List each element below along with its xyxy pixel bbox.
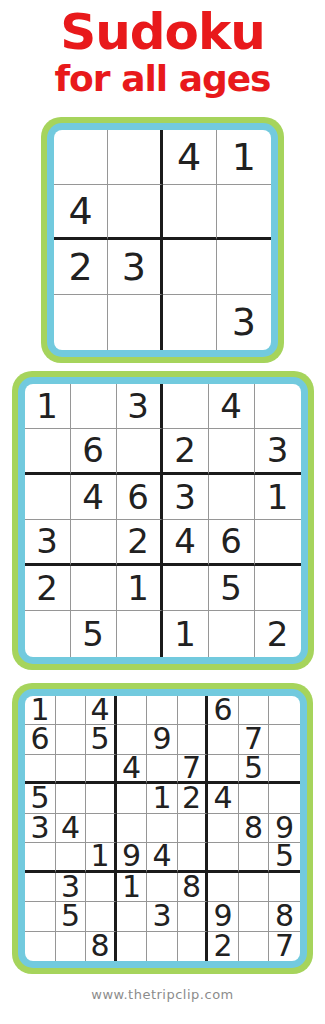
cell-r3c4: 4	[117, 755, 148, 785]
cell-r7c4: 1	[117, 873, 148, 903]
cell-r5c3: 1	[117, 566, 163, 612]
cell-r6c9: 5	[269, 843, 300, 873]
cell-r3c8: 5	[239, 755, 270, 785]
sudoku-grid-4x4: 414233	[54, 130, 271, 350]
cell-r1c3: 3	[117, 384, 163, 430]
cell-r2c4: 2	[163, 429, 209, 475]
cell-r1c7: 6	[208, 696, 239, 726]
cell-r4c3: 2	[117, 520, 163, 566]
cell-r7c3[interactable]	[86, 873, 117, 903]
cell-r3c4[interactable]	[217, 240, 271, 295]
cell-r4c2[interactable]	[71, 520, 117, 566]
cell-r5c6[interactable]	[255, 566, 301, 612]
cell-r7c8[interactable]	[239, 873, 270, 903]
cell-r6c1[interactable]	[25, 611, 71, 657]
cell-r2c4[interactable]	[217, 185, 271, 240]
board-surface: 13462346313246215512	[25, 384, 301, 657]
cell-r6c3: 1	[86, 843, 117, 873]
cell-r9c5[interactable]	[147, 932, 178, 962]
cell-r1c1: 1	[25, 384, 71, 430]
cell-r9c1[interactable]	[25, 932, 56, 962]
sudoku-board-9x9: 14665974755124348919453185398827	[12, 683, 313, 975]
cell-r4c1: 3	[25, 520, 71, 566]
cell-r2c1[interactable]	[25, 429, 71, 475]
cell-r8c7: 9	[208, 902, 239, 932]
cell-r8c6[interactable]	[178, 902, 209, 932]
cell-r1c6[interactable]	[255, 384, 301, 430]
cell-r7c1[interactable]	[25, 873, 56, 903]
cell-r3c3: 6	[117, 475, 163, 521]
cell-r9c7: 2	[208, 932, 239, 962]
cell-r8c3[interactable]	[86, 902, 117, 932]
cell-r3c1: 2	[54, 240, 108, 295]
cell-r2c3[interactable]	[163, 185, 217, 240]
cell-r4c3[interactable]	[163, 295, 217, 350]
cell-r2c2[interactable]	[56, 725, 87, 755]
cell-r8c4[interactable]	[117, 902, 148, 932]
board-surface: 14665974755124348919453185398827	[25, 696, 300, 962]
cell-r6c4: 1	[163, 611, 209, 657]
cell-r8c2: 5	[56, 902, 87, 932]
page-header: Sudoku for all ages	[0, 6, 325, 97]
cell-r2c3: 5	[86, 725, 117, 755]
cell-r4c4: 4	[163, 520, 209, 566]
cell-r3c4: 3	[163, 475, 209, 521]
cell-r4c1[interactable]	[54, 295, 108, 350]
cell-r8c5: 3	[147, 902, 178, 932]
cell-r4c4: 3	[217, 295, 271, 350]
cell-r1c2[interactable]	[71, 384, 117, 430]
cell-r6c2: 5	[71, 611, 117, 657]
cell-r5c2[interactable]	[71, 566, 117, 612]
cell-r6c6: 2	[255, 611, 301, 657]
cell-r3c3[interactable]	[163, 240, 217, 295]
cell-r5c6[interactable]	[178, 814, 209, 844]
cell-r3c3[interactable]	[86, 755, 117, 785]
cell-r2c3[interactable]	[117, 429, 163, 475]
page-title: Sudoku	[0, 6, 325, 59]
cell-r3c9[interactable]	[269, 755, 300, 785]
cell-r5c1: 3	[25, 814, 56, 844]
sudoku-board-4x4: 414233	[41, 117, 284, 363]
cell-r5c2: 4	[56, 814, 87, 844]
sudoku-grid-9x9: 14665974755124348919453185398827	[25, 696, 300, 962]
website-url: www.thetripclip.com	[0, 987, 325, 1002]
board-surface: 414233	[54, 130, 271, 350]
cell-r5c5: 5	[209, 566, 255, 612]
board-inner-frame: 414233	[47, 123, 278, 357]
cell-r1c2[interactable]	[108, 130, 162, 185]
cell-r1c2[interactable]	[56, 696, 87, 726]
page-subtitle: for all ages	[0, 61, 325, 97]
cell-r5c1: 2	[25, 566, 71, 612]
cell-r4c4[interactable]	[117, 784, 148, 814]
cell-r6c8[interactable]	[239, 843, 270, 873]
cell-r9c6[interactable]	[178, 932, 209, 962]
cell-r2c1: 6	[25, 725, 56, 755]
sudoku-board-6x6: 13462346313246215512	[12, 371, 314, 670]
cell-r1c4[interactable]	[163, 384, 209, 430]
cell-r3c1[interactable]	[25, 475, 71, 521]
cell-r1c4[interactable]	[117, 696, 148, 726]
cell-r2c2: 6	[71, 429, 117, 475]
cell-r9c8[interactable]	[239, 932, 270, 962]
cell-r2c6: 3	[255, 429, 301, 475]
sudoku-grid-6x6: 13462346313246215512	[25, 384, 301, 657]
cell-r8c9: 8	[269, 902, 300, 932]
cell-r9c2[interactable]	[56, 932, 87, 962]
cell-r6c7[interactable]	[208, 843, 239, 873]
cell-r6c1[interactable]	[25, 843, 56, 873]
cell-r2c9[interactable]	[269, 725, 300, 755]
cell-r1c1[interactable]	[54, 130, 108, 185]
board-inner-frame: 14665974755124348919453185398827	[18, 689, 307, 969]
board-inner-frame: 13462346313246215512	[18, 377, 308, 664]
cell-r1c6[interactable]	[178, 696, 209, 726]
cell-r1c3: 4	[163, 130, 217, 185]
cell-r9c9: 7	[269, 932, 300, 962]
cell-r4c5: 6	[209, 520, 255, 566]
cell-r2c7[interactable]	[208, 725, 239, 755]
cell-r4c2[interactable]	[108, 295, 162, 350]
cell-r2c2[interactable]	[108, 185, 162, 240]
cell-r2c5[interactable]	[209, 429, 255, 475]
cell-r1c9[interactable]	[269, 696, 300, 726]
cell-r4c6[interactable]	[255, 520, 301, 566]
cell-r3c5[interactable]	[209, 475, 255, 521]
cell-r6c3[interactable]	[117, 611, 163, 657]
cell-r8c8[interactable]	[239, 902, 270, 932]
cell-r1c5: 4	[209, 384, 255, 430]
cell-r6c5: 4	[147, 843, 178, 873]
cell-r4c5: 1	[147, 784, 178, 814]
cell-r8c1[interactable]	[25, 902, 56, 932]
cell-r3c6: 1	[255, 475, 301, 521]
cell-r2c1: 4	[54, 185, 108, 240]
cell-r5c4[interactable]	[163, 566, 209, 612]
cell-r5c7[interactable]	[208, 814, 239, 844]
cell-r4c7: 4	[208, 784, 239, 814]
cell-r2c5: 9	[147, 725, 178, 755]
cell-r3c2: 4	[71, 475, 117, 521]
cell-r5c8: 8	[239, 814, 270, 844]
cell-r7c6: 8	[178, 873, 209, 903]
cell-r9c4[interactable]	[117, 932, 148, 962]
cell-r3c2[interactable]	[56, 755, 87, 785]
cell-r4c6: 2	[178, 784, 209, 814]
cell-r9c3: 8	[86, 932, 117, 962]
cell-r4c3[interactable]	[86, 784, 117, 814]
cell-r3c2: 3	[108, 240, 162, 295]
cell-r6c5[interactable]	[209, 611, 255, 657]
cell-r1c4: 1	[217, 130, 271, 185]
